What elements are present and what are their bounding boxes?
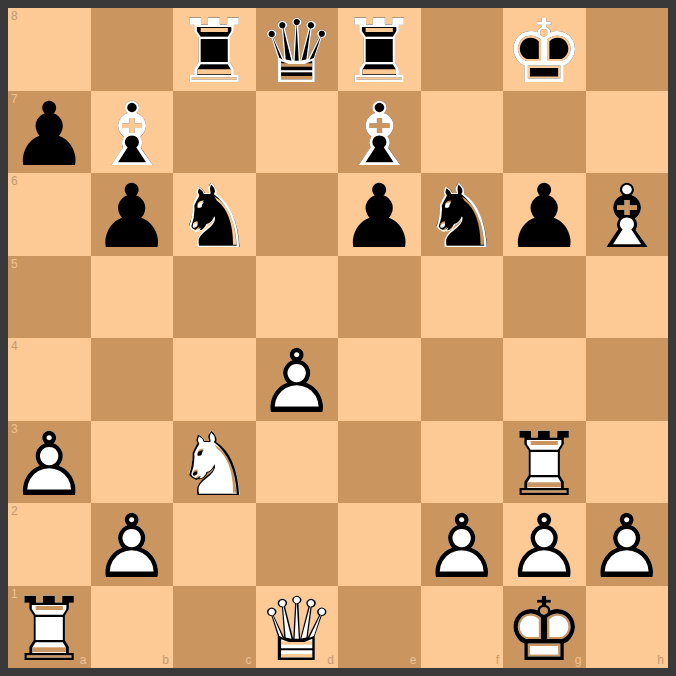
black-pawn[interactable]: ♟: [91, 173, 174, 256]
black-pawn-glyph: ♟: [338, 176, 421, 259]
white-queen-outline: ♕: [256, 589, 339, 672]
square-g5[interactable]: [503, 256, 586, 339]
rank-label-5: 5: [11, 258, 18, 270]
square-h7[interactable]: [586, 91, 669, 174]
white-rook[interactable]: ♜♖: [503, 421, 586, 504]
square-h5[interactable]: [586, 256, 669, 339]
square-h2[interactable]: ♟♙: [586, 503, 669, 586]
square-a7[interactable]: 7♟: [8, 91, 91, 174]
black-queen-outline: ♕: [256, 11, 339, 94]
square-b3[interactable]: [91, 421, 174, 504]
square-h3[interactable]: [586, 421, 669, 504]
square-b6[interactable]: ♟: [91, 173, 174, 256]
black-queen[interactable]: ♛♕: [256, 8, 339, 91]
square-b2[interactable]: ♟♙: [91, 503, 174, 586]
square-e6[interactable]: ♟: [338, 173, 421, 256]
rank-label-2: 2: [11, 505, 18, 517]
square-f5[interactable]: [421, 256, 504, 339]
square-d7[interactable]: [256, 91, 339, 174]
square-e5[interactable]: [338, 256, 421, 339]
square-c3[interactable]: ♞♘: [173, 421, 256, 504]
square-d6[interactable]: [256, 173, 339, 256]
square-g6[interactable]: ♟: [503, 173, 586, 256]
square-e2[interactable]: [338, 503, 421, 586]
square-f6[interactable]: ♞♘: [421, 173, 504, 256]
rank-label-4: 4: [11, 340, 18, 352]
square-g1[interactable]: g♚♔: [503, 586, 586, 669]
white-pawn-outline: ♙: [91, 506, 174, 589]
white-pawn[interactable]: ♟♙: [421, 503, 504, 586]
square-d2[interactable]: [256, 503, 339, 586]
square-b4[interactable]: [91, 338, 174, 421]
white-rook-outline: ♖: [503, 424, 586, 507]
black-pawn[interactable]: ♟: [8, 91, 91, 174]
black-pawn[interactable]: ♟: [338, 173, 421, 256]
square-a1[interactable]: 1a♜♖: [8, 586, 91, 669]
black-rook[interactable]: ♜♖: [173, 8, 256, 91]
square-c6[interactable]: ♞♘: [173, 173, 256, 256]
black-rook-outline: ♖: [173, 11, 256, 94]
black-bishop[interactable]: ♝♗: [338, 91, 421, 174]
square-a3[interactable]: 3♟♙: [8, 421, 91, 504]
file-label-c: c: [246, 654, 252, 666]
white-pawn-outline: ♙: [8, 424, 91, 507]
square-e1[interactable]: e: [338, 586, 421, 669]
square-e3[interactable]: [338, 421, 421, 504]
square-h4[interactable]: [586, 338, 669, 421]
chess-board: 8♜♖♛♕♜♖♚♔7♟♝♗♝♗6♟♞♘♟♞♘♟♝♗54♟♙3♟♙♞♘♜♖2♟♙♟…: [8, 8, 668, 668]
square-d1[interactable]: d♛♕: [256, 586, 339, 669]
white-knight[interactable]: ♞♘: [173, 421, 256, 504]
square-a2[interactable]: 2: [8, 503, 91, 586]
square-g4[interactable]: [503, 338, 586, 421]
square-h1[interactable]: h: [586, 586, 669, 669]
file-label-b: b: [162, 654, 169, 666]
black-pawn-glyph: ♟: [91, 176, 174, 259]
square-e7[interactable]: ♝♗: [338, 91, 421, 174]
square-h8[interactable]: [586, 8, 669, 91]
square-b8[interactable]: [91, 8, 174, 91]
black-knight[interactable]: ♞♘: [173, 173, 256, 256]
square-g8[interactable]: ♚♔: [503, 8, 586, 91]
square-f4[interactable]: [421, 338, 504, 421]
white-pawn[interactable]: ♟♙: [91, 503, 174, 586]
rank-label-8: 8: [11, 10, 18, 22]
black-pawn[interactable]: ♟: [503, 173, 586, 256]
square-b7[interactable]: ♝♗: [91, 91, 174, 174]
black-bishop-outline: ♗: [91, 94, 174, 177]
square-a8[interactable]: 8: [8, 8, 91, 91]
square-f7[interactable]: [421, 91, 504, 174]
square-f2[interactable]: ♟♙: [421, 503, 504, 586]
white-pawn[interactable]: ♟♙: [8, 421, 91, 504]
square-c1[interactable]: c: [173, 586, 256, 669]
white-pawn[interactable]: ♟♙: [586, 503, 669, 586]
square-d8[interactable]: ♛♕: [256, 8, 339, 91]
black-king[interactable]: ♚♔: [503, 8, 586, 91]
file-label-f: f: [496, 654, 499, 666]
white-pawn[interactable]: ♟♙: [503, 503, 586, 586]
square-d4[interactable]: ♟♙: [256, 338, 339, 421]
square-b5[interactable]: [91, 256, 174, 339]
white-king-outline: ♔: [503, 589, 586, 672]
file-label-h: h: [657, 654, 664, 666]
white-queen[interactable]: ♛♕: [256, 586, 339, 669]
black-bishop[interactable]: ♝♗: [91, 91, 174, 174]
square-e4[interactable]: [338, 338, 421, 421]
white-pawn-outline: ♙: [503, 506, 586, 589]
square-c8[interactable]: ♜♖: [173, 8, 256, 91]
white-pawn[interactable]: ♟♙: [256, 338, 339, 421]
square-a6[interactable]: 6: [8, 173, 91, 256]
black-rook-outline: ♖: [338, 11, 421, 94]
black-knight-outline: ♘: [421, 176, 504, 259]
black-rook[interactable]: ♜♖: [338, 8, 421, 91]
file-label-e: e: [410, 654, 417, 666]
white-pawn-outline: ♙: [256, 341, 339, 424]
square-b1[interactable]: b: [91, 586, 174, 669]
white-rook[interactable]: ♜♖: [8, 586, 91, 669]
square-g3[interactable]: ♜♖: [503, 421, 586, 504]
square-a4[interactable]: 4: [8, 338, 91, 421]
black-bishop-outline: ♗: [338, 94, 421, 177]
black-pawn-glyph: ♟: [503, 176, 586, 259]
square-f8[interactable]: [421, 8, 504, 91]
white-knight-outline: ♘: [173, 424, 256, 507]
square-d5[interactable]: [256, 256, 339, 339]
white-bishop-outline: ♗: [586, 176, 669, 259]
square-d3[interactable]: [256, 421, 339, 504]
square-e8[interactable]: ♜♖: [338, 8, 421, 91]
white-king[interactable]: ♚♔: [503, 586, 586, 669]
black-king-outline: ♔: [503, 11, 586, 94]
black-knight-outline: ♘: [173, 176, 256, 259]
square-c2[interactable]: [173, 503, 256, 586]
white-bishop[interactable]: ♝♗: [586, 173, 669, 256]
black-pawn-glyph: ♟: [8, 94, 91, 177]
square-f3[interactable]: [421, 421, 504, 504]
square-c4[interactable]: [173, 338, 256, 421]
square-a5[interactable]: 5: [8, 256, 91, 339]
square-g7[interactable]: [503, 91, 586, 174]
square-c7[interactable]: [173, 91, 256, 174]
square-h6[interactable]: ♝♗: [586, 173, 669, 256]
square-f1[interactable]: f: [421, 586, 504, 669]
white-pawn-outline: ♙: [421, 506, 504, 589]
square-g2[interactable]: ♟♙: [503, 503, 586, 586]
black-knight[interactable]: ♞♘: [421, 173, 504, 256]
rank-label-6: 6: [11, 175, 18, 187]
square-c5[interactable]: [173, 256, 256, 339]
white-rook-outline: ♖: [8, 589, 91, 672]
white-pawn-outline: ♙: [586, 506, 669, 589]
